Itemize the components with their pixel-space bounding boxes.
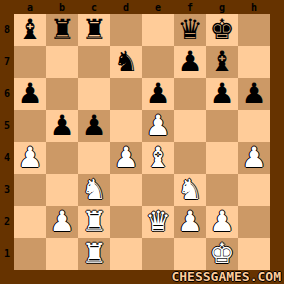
- square-c1[interactable]: ♜: [78, 238, 110, 270]
- square-b2[interactable]: ♟: [46, 206, 78, 238]
- square-a6[interactable]: ♟: [14, 78, 46, 110]
- square-c6[interactable]: [78, 78, 110, 110]
- rank-label-4: 4: [0, 142, 14, 174]
- white-rook-piece: ♜: [78, 206, 110, 238]
- black-pawn-piece: ♟: [14, 78, 46, 110]
- square-h8[interactable]: [238, 14, 270, 46]
- file-label-e: e: [142, 0, 174, 15]
- white-pawn-piece: ♟: [206, 206, 238, 238]
- square-c4[interactable]: [78, 142, 110, 174]
- square-b5[interactable]: ♟: [46, 110, 78, 142]
- square-h1[interactable]: [238, 238, 270, 270]
- white-pawn-piece: ♟: [110, 142, 142, 174]
- square-a2[interactable]: [14, 206, 46, 238]
- square-f6[interactable]: [174, 78, 206, 110]
- square-h2[interactable]: [238, 206, 270, 238]
- white-knight-piece: ♞: [174, 174, 206, 206]
- black-pawn-piece: ♟: [238, 78, 270, 110]
- black-pawn-piece: ♟: [78, 110, 110, 142]
- black-knight-piece: ♞: [110, 46, 142, 78]
- square-g1[interactable]: ♚: [206, 238, 238, 270]
- black-pawn-piece: ♟: [46, 110, 78, 142]
- site-watermark: CHESSGAMES.COM: [171, 270, 281, 284]
- square-e2[interactable]: ♛: [142, 206, 174, 238]
- white-king-piece: ♚: [206, 238, 238, 270]
- square-a3[interactable]: [14, 174, 46, 206]
- square-a7[interactable]: [14, 46, 46, 78]
- square-h4[interactable]: ♟: [238, 142, 270, 174]
- square-d8[interactable]: [110, 14, 142, 46]
- rank-label-7: 7: [0, 46, 14, 78]
- square-f4[interactable]: [174, 142, 206, 174]
- white-pawn-piece: ♟: [14, 142, 46, 174]
- square-h6[interactable]: ♟: [238, 78, 270, 110]
- file-label-d: d: [110, 0, 142, 15]
- white-pawn-piece: ♟: [142, 110, 174, 142]
- square-d7[interactable]: ♞: [110, 46, 142, 78]
- square-d5[interactable]: [110, 110, 142, 142]
- square-d3[interactable]: [110, 174, 142, 206]
- square-a4[interactable]: ♟: [14, 142, 46, 174]
- square-a1[interactable]: [14, 238, 46, 270]
- square-c5[interactable]: ♟: [78, 110, 110, 142]
- square-e8[interactable]: [142, 14, 174, 46]
- square-b7[interactable]: [46, 46, 78, 78]
- black-bishop-piece: ♝: [206, 46, 238, 78]
- black-pawn-piece: ♟: [142, 78, 174, 110]
- black-king-piece: ♚: [206, 14, 238, 46]
- square-g5[interactable]: [206, 110, 238, 142]
- board-grid: ♝♜♜♛♚♞♟♝♟♟♟♟♟♟♟♟♟♝♟♞♞♟♜♛♟♟♜♚: [14, 14, 270, 270]
- black-rook-piece: ♜: [78, 14, 110, 46]
- square-b1[interactable]: [46, 238, 78, 270]
- square-b3[interactable]: [46, 174, 78, 206]
- rank-label-3: 3: [0, 174, 14, 206]
- square-c2[interactable]: ♜: [78, 206, 110, 238]
- square-e6[interactable]: ♟: [142, 78, 174, 110]
- square-f8[interactable]: ♛: [174, 14, 206, 46]
- rank-label-8: 8: [0, 14, 14, 46]
- black-pawn-piece: ♟: [206, 78, 238, 110]
- square-g6[interactable]: ♟: [206, 78, 238, 110]
- square-g4[interactable]: [206, 142, 238, 174]
- square-c3[interactable]: ♞: [78, 174, 110, 206]
- square-a5[interactable]: [14, 110, 46, 142]
- file-labels: abcdefgh: [14, 0, 270, 14]
- white-bishop-piece: ♝: [142, 142, 174, 174]
- square-g2[interactable]: ♟: [206, 206, 238, 238]
- white-pawn-piece: ♟: [46, 206, 78, 238]
- square-c8[interactable]: ♜: [78, 14, 110, 46]
- square-a8[interactable]: ♝: [14, 14, 46, 46]
- black-rook-piece: ♜: [46, 14, 78, 46]
- black-bishop-piece: ♝: [14, 14, 46, 46]
- square-f2[interactable]: ♟: [174, 206, 206, 238]
- square-g3[interactable]: [206, 174, 238, 206]
- square-g7[interactable]: ♝: [206, 46, 238, 78]
- square-b6[interactable]: [46, 78, 78, 110]
- square-f1[interactable]: [174, 238, 206, 270]
- square-h5[interactable]: [238, 110, 270, 142]
- black-pawn-piece: ♟: [174, 46, 206, 78]
- square-f3[interactable]: ♞: [174, 174, 206, 206]
- square-e7[interactable]: [142, 46, 174, 78]
- square-d1[interactable]: [110, 238, 142, 270]
- square-g8[interactable]: ♚: [206, 14, 238, 46]
- square-f5[interactable]: [174, 110, 206, 142]
- white-pawn-piece: ♟: [238, 142, 270, 174]
- white-pawn-piece: ♟: [174, 206, 206, 238]
- square-e4[interactable]: ♝: [142, 142, 174, 174]
- file-label-h: h: [238, 0, 270, 15]
- square-e5[interactable]: ♟: [142, 110, 174, 142]
- square-b4[interactable]: [46, 142, 78, 174]
- white-rook-piece: ♜: [78, 238, 110, 270]
- rank-label-1: 1: [0, 238, 14, 270]
- chess-board-frame: abcdefgh 87654321 ♝♜♜♛♚♞♟♝♟♟♟♟♟♟♟♟♟♝♟♞♞♟…: [0, 0, 284, 284]
- black-queen-piece: ♛: [174, 14, 206, 46]
- white-knight-piece: ♞: [78, 174, 110, 206]
- square-e1[interactable]: [142, 238, 174, 270]
- white-queen-piece: ♛: [142, 206, 174, 238]
- square-b8[interactable]: ♜: [46, 14, 78, 46]
- square-e3[interactable]: [142, 174, 174, 206]
- rank-label-2: 2: [0, 206, 14, 238]
- rank-label-6: 6: [0, 78, 14, 110]
- rank-labels: 87654321: [0, 14, 14, 270]
- square-h7[interactable]: [238, 46, 270, 78]
- square-d4[interactable]: ♟: [110, 142, 142, 174]
- square-d2[interactable]: [110, 206, 142, 238]
- square-h3[interactable]: [238, 174, 270, 206]
- rank-label-5: 5: [0, 110, 14, 142]
- square-f7[interactable]: ♟: [174, 46, 206, 78]
- square-c7[interactable]: [78, 46, 110, 78]
- square-d6[interactable]: [110, 78, 142, 110]
